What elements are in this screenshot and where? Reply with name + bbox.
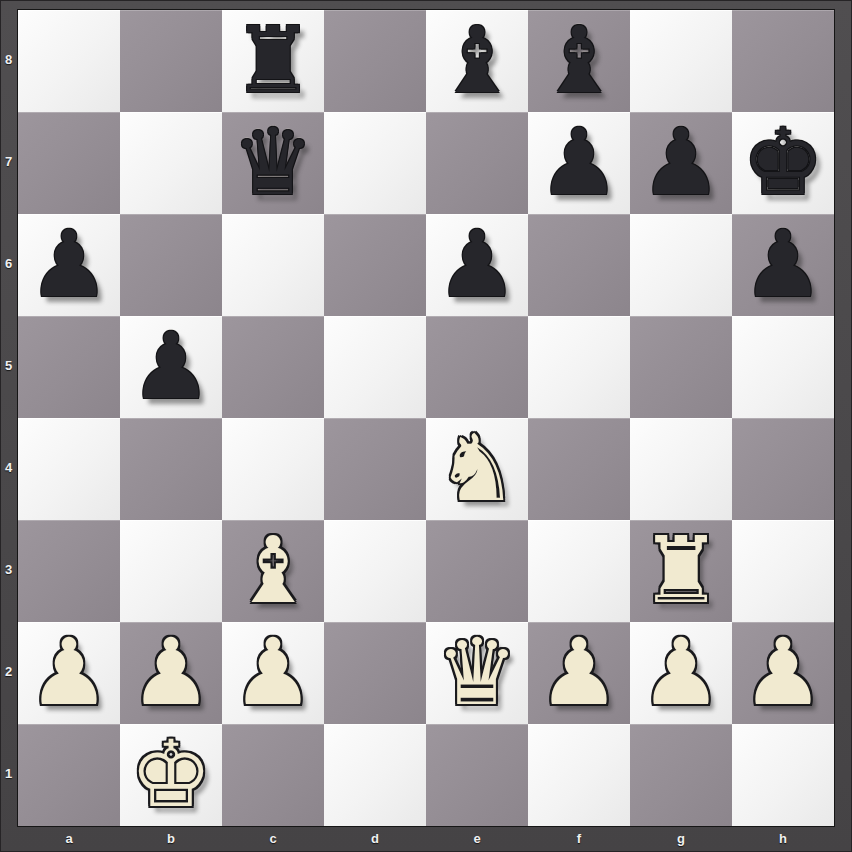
square-h1[interactable] — [732, 724, 834, 826]
square-g5[interactable] — [630, 316, 732, 418]
square-a6[interactable]: ♟ — [18, 214, 120, 316]
square-h3[interactable] — [732, 520, 834, 622]
square-d6[interactable] — [324, 214, 426, 316]
file-label-e: e — [426, 827, 528, 852]
square-d1[interactable] — [324, 724, 426, 826]
white-knight-e4[interactable]: ♞ — [426, 418, 528, 520]
white-pawn-a2[interactable]: ♟ — [18, 622, 120, 724]
square-d5[interactable] — [324, 316, 426, 418]
square-h2[interactable]: ♟ — [732, 622, 834, 724]
black-pawn-b5[interactable]: ♟ — [120, 316, 222, 418]
square-f8[interactable]: ♝ — [528, 10, 630, 112]
square-b5[interactable]: ♟ — [120, 316, 222, 418]
file-label-h: h — [732, 827, 834, 852]
square-c4[interactable] — [222, 418, 324, 520]
square-e5[interactable] — [426, 316, 528, 418]
file-label-g: g — [630, 827, 732, 852]
black-queen-c7[interactable]: ♛ — [222, 112, 324, 214]
square-f1[interactable] — [528, 724, 630, 826]
file-label-f: f — [528, 827, 630, 852]
square-c6[interactable] — [222, 214, 324, 316]
square-b8[interactable] — [120, 10, 222, 112]
square-e2[interactable]: ♛ — [426, 622, 528, 724]
square-c8[interactable]: ♜ — [222, 10, 324, 112]
square-e7[interactable] — [426, 112, 528, 214]
square-f2[interactable]: ♟ — [528, 622, 630, 724]
square-b3[interactable] — [120, 520, 222, 622]
square-h7[interactable]: ♚ — [732, 112, 834, 214]
black-bishop-e8[interactable]: ♝ — [426, 10, 528, 112]
square-a3[interactable] — [18, 520, 120, 622]
square-f3[interactable] — [528, 520, 630, 622]
file-label-c: c — [222, 827, 324, 852]
black-bishop-f8[interactable]: ♝ — [528, 10, 630, 112]
square-c5[interactable] — [222, 316, 324, 418]
rank-label-4: 4 — [0, 417, 17, 519]
square-b2[interactable]: ♟ — [120, 622, 222, 724]
square-h6[interactable]: ♟ — [732, 214, 834, 316]
square-a7[interactable] — [18, 112, 120, 214]
file-label-b: b — [120, 827, 222, 852]
white-pawn-f2[interactable]: ♟ — [528, 622, 630, 724]
square-a8[interactable] — [18, 10, 120, 112]
rank-label-3: 3 — [0, 519, 17, 621]
square-a1[interactable] — [18, 724, 120, 826]
square-b1[interactable]: ♚ — [120, 724, 222, 826]
black-pawn-a6[interactable]: ♟ — [18, 214, 120, 316]
square-d7[interactable] — [324, 112, 426, 214]
square-g4[interactable] — [630, 418, 732, 520]
square-f5[interactable] — [528, 316, 630, 418]
square-e8[interactable]: ♝ — [426, 10, 528, 112]
square-a5[interactable] — [18, 316, 120, 418]
square-d3[interactable] — [324, 520, 426, 622]
square-f6[interactable] — [528, 214, 630, 316]
square-g6[interactable] — [630, 214, 732, 316]
rank-label-2: 2 — [0, 621, 17, 723]
rank-label-6: 6 — [0, 213, 17, 315]
square-b6[interactable] — [120, 214, 222, 316]
white-pawn-h2[interactable]: ♟ — [732, 622, 834, 724]
black-king-h7[interactable]: ♚ — [732, 112, 834, 214]
square-h8[interactable] — [732, 10, 834, 112]
square-g8[interactable] — [630, 10, 732, 112]
square-g1[interactable] — [630, 724, 732, 826]
white-pawn-g2[interactable]: ♟ — [630, 622, 732, 724]
black-pawn-g7[interactable]: ♟ — [630, 112, 732, 214]
square-e1[interactable] — [426, 724, 528, 826]
square-e4[interactable]: ♞ — [426, 418, 528, 520]
white-pawn-c2[interactable]: ♟ — [222, 622, 324, 724]
square-c2[interactable]: ♟ — [222, 622, 324, 724]
rank-label-7: 7 — [0, 111, 17, 213]
white-bishop-c3[interactable]: ♝ — [222, 520, 324, 622]
square-b7[interactable] — [120, 112, 222, 214]
square-a2[interactable]: ♟ — [18, 622, 120, 724]
square-d8[interactable] — [324, 10, 426, 112]
square-f7[interactable]: ♟ — [528, 112, 630, 214]
file-label-d: d — [324, 827, 426, 852]
chess-board: ♜♝♝♛♟♟♚♟♟♟♟♞♝♜♟♟♟♛♟♟♟♚ — [17, 9, 835, 827]
rank-label-8: 8 — [0, 9, 17, 111]
board-frame: ♜♝♝♛♟♟♚♟♟♟♟♞♝♜♟♟♟♛♟♟♟♚ 87654321abcdefgh — [0, 0, 852, 852]
square-e3[interactable] — [426, 520, 528, 622]
rank-label-5: 5 — [0, 315, 17, 417]
square-g2[interactable]: ♟ — [630, 622, 732, 724]
square-d4[interactable] — [324, 418, 426, 520]
square-a4[interactable] — [18, 418, 120, 520]
file-label-a: a — [18, 827, 120, 852]
rank-label-1: 1 — [0, 723, 17, 825]
square-h5[interactable] — [732, 316, 834, 418]
white-rook-g3[interactable]: ♜ — [630, 520, 732, 622]
square-c1[interactable] — [222, 724, 324, 826]
square-g7[interactable]: ♟ — [630, 112, 732, 214]
black-pawn-e6[interactable]: ♟ — [426, 214, 528, 316]
square-f4[interactable] — [528, 418, 630, 520]
square-e6[interactable]: ♟ — [426, 214, 528, 316]
white-queen-e2[interactable]: ♛ — [426, 622, 528, 724]
square-h4[interactable] — [732, 418, 834, 520]
white-king-b1[interactable]: ♚ — [120, 724, 222, 826]
white-pawn-b2[interactable]: ♟ — [120, 622, 222, 724]
square-g3[interactable]: ♜ — [630, 520, 732, 622]
square-c3[interactable]: ♝ — [222, 520, 324, 622]
square-c7[interactable]: ♛ — [222, 112, 324, 214]
black-pawn-f7[interactable]: ♟ — [528, 112, 630, 214]
square-b4[interactable] — [120, 418, 222, 520]
black-pawn-h6[interactable]: ♟ — [732, 214, 834, 316]
square-d2[interactable] — [324, 622, 426, 724]
black-rook-c8[interactable]: ♜ — [222, 10, 324, 112]
